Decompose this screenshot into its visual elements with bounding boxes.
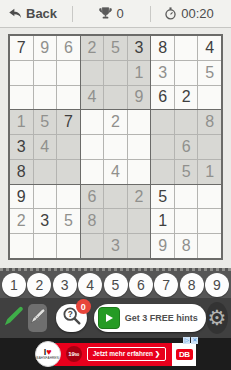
ad-body: 1990 Jetzt mehr erfahren ❯ xyxy=(54,343,173,366)
box-6: 9235 xyxy=(10,185,80,258)
numpad-button-2[interactable]: 2 xyxy=(27,273,51,297)
adchoices-icon[interactable]: ▷ xyxy=(183,337,190,344)
numpad-button-3[interactable]: 3 xyxy=(53,273,77,297)
sudoku-cell-r9c4[interactable] xyxy=(81,234,104,258)
sudoku-cell-r7c2[interactable] xyxy=(34,185,57,209)
sudoku-cell-r3c2[interactable] xyxy=(34,86,57,110)
sudoku-cell-r7c7[interactable]: 5 xyxy=(151,185,174,209)
sudoku-cell-r6c9[interactable]: 1 xyxy=(198,160,221,184)
sudoku-cell-r9c7[interactable]: 9 xyxy=(151,234,174,258)
ad-logo-text: I♥ xyxy=(44,348,52,356)
sudoku-cell-r6c7[interactable] xyxy=(151,160,174,184)
sudoku-cell-r2c9[interactable]: 5 xyxy=(198,61,221,85)
sudoku-cell-r6c8[interactable]: 5 xyxy=(175,160,198,184)
sudoku-cell-r1c8[interactable] xyxy=(175,36,198,60)
pencil-icon xyxy=(29,307,47,329)
sudoku-cell-r6c6[interactable] xyxy=(128,160,151,184)
sudoku-cell-r7c4[interactable]: 6 xyxy=(81,185,104,209)
ad-controls: ▷ ✕ xyxy=(183,337,198,344)
stopwatch-icon xyxy=(164,7,177,20)
header: Back 0 00:20 xyxy=(0,0,231,28)
sudoku-cell-r3c4[interactable]: 4 xyxy=(81,86,104,110)
sudoku-cell-r5c9[interactable] xyxy=(198,135,221,159)
sudoku-cell-r4c3[interactable]: 7 xyxy=(57,110,80,134)
svg-text:?: ? xyxy=(67,310,72,319)
trophy-count: 0 xyxy=(116,6,123,21)
sudoku-cell-r7c9[interactable] xyxy=(198,185,221,209)
numpad-button-5[interactable]: 5 xyxy=(104,273,128,297)
back-label: Back xyxy=(26,6,57,21)
ad-logo-subtext: BAHNFAHREN xyxy=(36,356,59,360)
sudoku-cell-r8c4[interactable]: 8 xyxy=(81,209,104,233)
trophy-icon xyxy=(99,7,112,20)
sudoku-cell-r5c1[interactable]: 3 xyxy=(10,135,33,159)
ad-close-icon[interactable]: ✕ xyxy=(191,337,198,344)
sudoku-cell-r4c2[interactable]: 5 xyxy=(34,110,57,134)
board-area: 796253149843562157348248651923562835198 xyxy=(0,28,231,260)
box-1: 253149 xyxy=(81,36,151,109)
sudoku-cell-r6c2[interactable] xyxy=(34,160,57,184)
spacer xyxy=(0,260,231,268)
sudoku-cell-r9c6[interactable] xyxy=(128,234,151,258)
sudoku-cell-r4c5[interactable]: 2 xyxy=(104,110,127,134)
trophy-counter[interactable]: 0 xyxy=(73,6,150,21)
sudoku-cell-r8c6[interactable] xyxy=(128,209,151,233)
sudoku-cell-r4c1[interactable]: 1 xyxy=(10,110,33,134)
sudoku-cell-r5c2[interactable]: 4 xyxy=(34,135,57,159)
sudoku-cell-r2c6[interactable]: 1 xyxy=(128,61,151,85)
box-5: 8651 xyxy=(151,110,221,183)
sudoku-cell-r8c8[interactable] xyxy=(175,209,198,233)
sudoku-cell-r5c4[interactable] xyxy=(81,135,104,159)
sudoku-cell-r8c7[interactable]: 1 xyxy=(151,209,174,233)
pencil-notes-button[interactable] xyxy=(28,304,47,332)
ad-cta-button[interactable]: Jetzt mehr erfahren ❯ xyxy=(87,347,167,361)
free-hints-button[interactable]: Get 3 FREE hints xyxy=(94,304,206,332)
sudoku-cell-r1c5[interactable]: 5 xyxy=(104,36,127,60)
sudoku-cell-r9c8[interactable]: 8 xyxy=(175,234,198,258)
sudoku-cell-r3c3[interactable] xyxy=(57,86,80,110)
sudoku-cell-r3c8[interactable]: 2 xyxy=(175,86,198,110)
sudoku-cell-r1c7[interactable]: 8 xyxy=(151,36,174,60)
sudoku-cell-r7c3[interactable] xyxy=(57,185,80,209)
sudoku-cell-r1c6[interactable]: 3 xyxy=(128,36,151,60)
sudoku-cell-r9c2[interactable] xyxy=(34,234,57,258)
sudoku-cell-r3c9[interactable] xyxy=(198,86,221,110)
magnifier-button[interactable]: ? 0 xyxy=(56,304,86,332)
sudoku-cell-r2c4[interactable] xyxy=(81,61,104,85)
sudoku-cell-r1c3[interactable]: 6 xyxy=(57,36,80,60)
sudoku-cell-r5c7[interactable] xyxy=(151,135,174,159)
sudoku-app: Back 0 00:20 796253149843562157348248651… xyxy=(0,0,231,370)
sudoku-board[interactable]: 796253149843562157348248651923562835198 xyxy=(8,34,223,260)
back-arrow-icon xyxy=(8,7,22,20)
sudoku-cell-r4c8[interactable] xyxy=(175,110,198,134)
sudoku-cell-r4c6[interactable] xyxy=(128,110,151,134)
pen-icon xyxy=(3,305,25,331)
sudoku-cell-r2c8[interactable] xyxy=(175,61,198,85)
sudoku-cell-r9c5[interactable]: 3 xyxy=(104,234,127,258)
timer: 00:20 xyxy=(151,6,231,21)
sudoku-cell-r1c4[interactable]: 2 xyxy=(81,36,104,60)
sudoku-cell-r8c2[interactable]: 3 xyxy=(34,209,57,233)
sudoku-cell-r3c1[interactable] xyxy=(10,86,33,110)
settings-button[interactable]: ⚙ xyxy=(206,302,228,334)
ad-price-badge: 1990 xyxy=(66,346,82,362)
ad-brand-panel: DB xyxy=(172,343,196,366)
play-icon xyxy=(98,307,120,329)
sudoku-cell-r7c1[interactable]: 9 xyxy=(10,185,33,209)
sudoku-cell-r9c3[interactable] xyxy=(57,234,80,258)
back-button[interactable]: Back xyxy=(0,6,72,21)
sudoku-cell-r8c1[interactable]: 2 xyxy=(10,209,33,233)
numpad-button-8[interactable]: 8 xyxy=(180,273,204,297)
db-logo: DB xyxy=(176,349,193,360)
sudoku-cell-r1c1[interactable]: 7 xyxy=(10,36,33,60)
box-0: 796 xyxy=(10,36,80,109)
sudoku-cell-r6c1[interactable]: 8 xyxy=(10,160,33,184)
sudoku-cell-r2c7[interactable]: 3 xyxy=(151,61,174,85)
sudoku-cell-r4c4[interactable] xyxy=(81,110,104,134)
sudoku-cell-r2c3[interactable] xyxy=(57,61,80,85)
sudoku-cell-r7c8[interactable] xyxy=(175,185,198,209)
ad-banner[interactable]: I♥ BAHNFAHREN 1990 Jetzt mehr erfahren ❯… xyxy=(35,343,197,366)
sudoku-cell-r8c9[interactable] xyxy=(198,209,221,233)
toolbar: ? 0 Get 3 FREE hints ⚙ xyxy=(0,298,231,338)
box-2: 843562 xyxy=(151,36,221,109)
number-pad: 123456789 xyxy=(0,268,231,298)
sudoku-cell-r5c5[interactable] xyxy=(104,135,127,159)
sudoku-cell-r4c9[interactable]: 8 xyxy=(198,110,221,134)
sudoku-cell-r3c7[interactable]: 6 xyxy=(151,86,174,110)
sudoku-cell-r9c9[interactable] xyxy=(198,234,221,258)
hints-label: Get 3 FREE hints xyxy=(125,313,198,323)
sudoku-cell-r5c6[interactable] xyxy=(128,135,151,159)
pen-tool-button[interactable] xyxy=(3,305,25,331)
sudoku-cell-r4c7[interactable] xyxy=(151,110,174,134)
box-4: 24 xyxy=(81,110,151,183)
sudoku-cell-r6c5[interactable]: 4 xyxy=(104,160,127,184)
box-7: 6283 xyxy=(81,185,151,258)
sudoku-cell-r7c6[interactable]: 2 xyxy=(128,185,151,209)
sudoku-cell-r8c5[interactable] xyxy=(104,209,127,233)
sudoku-cell-r2c5[interactable] xyxy=(104,61,127,85)
sudoku-cell-r5c8[interactable]: 6 xyxy=(175,135,198,159)
timer-value: 00:20 xyxy=(181,6,214,21)
gear-icon: ⚙ xyxy=(208,308,227,329)
numpad-button-4[interactable]: 4 xyxy=(78,273,102,297)
magnifier-badge: 0 xyxy=(76,299,91,314)
sudoku-cell-r2c1[interactable] xyxy=(10,61,33,85)
numpad-button-6[interactable]: 6 xyxy=(129,273,153,297)
sudoku-cell-r3c6[interactable]: 9 xyxy=(128,86,151,110)
sudoku-cell-r3c5[interactable] xyxy=(104,86,127,110)
numpad-button-7[interactable]: 7 xyxy=(154,273,178,297)
sudoku-cell-r2c2[interactable] xyxy=(34,61,57,85)
sudoku-cell-r5c3[interactable] xyxy=(57,135,80,159)
sudoku-cell-r1c9[interactable]: 4 xyxy=(198,36,221,60)
sudoku-cell-r9c1[interactable] xyxy=(10,234,33,258)
box-8: 5198 xyxy=(151,185,221,258)
sudoku-cell-r8c3[interactable]: 5 xyxy=(57,209,80,233)
sudoku-cell-r7c5[interactable] xyxy=(104,185,127,209)
box-3: 157348 xyxy=(10,110,80,183)
sudoku-cell-r6c3[interactable] xyxy=(57,160,80,184)
ad-brand-logo: I♥ BAHNFAHREN xyxy=(35,341,61,367)
numpad-button-9[interactable]: 9 xyxy=(205,273,229,297)
numpad-button-1[interactable]: 1 xyxy=(2,273,26,297)
sudoku-cell-r6c4[interactable] xyxy=(81,160,104,184)
sudoku-cell-r1c2[interactable]: 9 xyxy=(34,36,57,60)
ad-strip: I♥ BAHNFAHREN 1990 Jetzt mehr erfahren ❯… xyxy=(0,338,231,370)
